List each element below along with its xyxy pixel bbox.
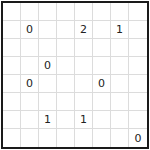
cell-r7c4[interactable] bbox=[57, 111, 75, 129]
cell-r6c6[interactable] bbox=[93, 93, 111, 111]
cell-r4c5[interactable] bbox=[75, 57, 93, 75]
cell-r2c5[interactable]: 2 bbox=[75, 21, 93, 39]
cell-r2c8[interactable] bbox=[129, 21, 147, 39]
cell-r6c3[interactable] bbox=[39, 93, 57, 111]
cell-r5c5[interactable] bbox=[75, 75, 93, 93]
cell-r5c4[interactable] bbox=[57, 75, 75, 93]
cell-r2c3[interactable] bbox=[39, 21, 57, 39]
cell-r8c3[interactable] bbox=[39, 129, 57, 147]
cell-r6c2[interactable] bbox=[21, 93, 39, 111]
cell-r1c6[interactable] bbox=[93, 3, 111, 21]
cell-r2c7[interactable]: 1 bbox=[111, 21, 129, 39]
cell-r8c4[interactable] bbox=[57, 129, 75, 147]
cell-r7c6[interactable] bbox=[93, 111, 111, 129]
cell-r2c6[interactable] bbox=[93, 21, 111, 39]
cell-r4c7[interactable] bbox=[111, 57, 129, 75]
cell-r5c3[interactable] bbox=[39, 75, 57, 93]
cell-r1c4[interactable] bbox=[57, 3, 75, 21]
cell-r8c8[interactable]: 0 bbox=[129, 129, 147, 147]
cell-r2c2[interactable]: 0 bbox=[21, 21, 39, 39]
cell-r6c1[interactable] bbox=[3, 93, 21, 111]
cell-r5c2[interactable]: 0 bbox=[21, 75, 39, 93]
cell-r8c7[interactable] bbox=[111, 129, 129, 147]
cell-r3c2[interactable] bbox=[21, 39, 39, 57]
puzzle-area: 021000110 bbox=[0, 0, 150, 150]
cell-r4c1[interactable] bbox=[3, 57, 21, 75]
cell-r1c3[interactable] bbox=[39, 3, 57, 21]
cell-r8c6[interactable] bbox=[93, 129, 111, 147]
cell-r4c6[interactable] bbox=[93, 57, 111, 75]
cell-r7c3[interactable]: 1 bbox=[39, 111, 57, 129]
cell-r2c1[interactable] bbox=[3, 21, 21, 39]
cell-r4c2[interactable] bbox=[21, 57, 39, 75]
cell-r6c5[interactable] bbox=[75, 93, 93, 111]
puzzle-board: 021000110 bbox=[1, 1, 149, 149]
cell-r3c5[interactable] bbox=[75, 39, 93, 57]
cell-r1c5[interactable] bbox=[75, 3, 93, 21]
cell-r3c6[interactable] bbox=[93, 39, 111, 57]
cell-r5c7[interactable] bbox=[111, 75, 129, 93]
cell-r2c4[interactable] bbox=[57, 21, 75, 39]
cell-r7c1[interactable] bbox=[3, 111, 21, 129]
cell-r5c8[interactable] bbox=[129, 75, 147, 93]
cell-r7c2[interactable] bbox=[21, 111, 39, 129]
cell-r8c2[interactable] bbox=[21, 129, 39, 147]
cell-r4c4[interactable] bbox=[57, 57, 75, 75]
cell-r4c8[interactable] bbox=[129, 57, 147, 75]
cell-r1c2[interactable] bbox=[21, 3, 39, 21]
cell-r4c3[interactable]: 0 bbox=[39, 57, 57, 75]
cell-r6c8[interactable] bbox=[129, 93, 147, 111]
cell-r5c6[interactable]: 0 bbox=[93, 75, 111, 93]
cell-r7c7[interactable] bbox=[111, 111, 129, 129]
cell-r3c4[interactable] bbox=[57, 39, 75, 57]
cell-r3c8[interactable] bbox=[129, 39, 147, 57]
cell-r1c8[interactable] bbox=[129, 3, 147, 21]
cell-r1c7[interactable] bbox=[111, 3, 129, 21]
cell-r1c1[interactable] bbox=[3, 3, 21, 21]
cell-r6c4[interactable] bbox=[57, 93, 75, 111]
cell-r7c5[interactable]: 1 bbox=[75, 111, 93, 129]
cell-r7c8[interactable] bbox=[129, 111, 147, 129]
cell-r8c5[interactable] bbox=[75, 129, 93, 147]
cell-r3c1[interactable] bbox=[3, 39, 21, 57]
cell-r5c1[interactable] bbox=[3, 75, 21, 93]
cell-r8c1[interactable] bbox=[3, 129, 21, 147]
cell-r6c7[interactable] bbox=[111, 93, 129, 111]
cell-r3c7[interactable] bbox=[111, 39, 129, 57]
cell-r3c3[interactable] bbox=[39, 39, 57, 57]
